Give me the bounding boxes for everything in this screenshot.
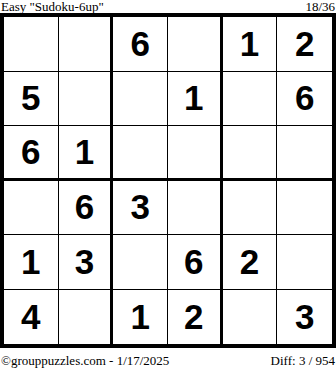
cell-r5c2[interactable]: 3 — [59, 235, 114, 290]
cell-r1c5[interactable]: 1 — [223, 17, 278, 72]
cell-r1c4[interactable] — [168, 17, 223, 72]
cell-r3c4[interactable] — [168, 126, 223, 181]
cell-r5c5[interactable]: 2 — [223, 235, 278, 290]
cell-r4c1[interactable] — [4, 181, 59, 236]
cell-r1c3[interactable]: 6 — [113, 17, 168, 72]
cell-r2c3[interactable] — [113, 72, 168, 127]
cell-r6c6[interactable]: 3 — [277, 290, 332, 345]
cell-r2c4[interactable]: 1 — [168, 72, 223, 127]
sudoku-grid: 6 1 2 5 1 6 6 1 6 3 1 3 6 2 4 1 2 3 — [0, 13, 336, 348]
cell-r6c3[interactable]: 1 — [113, 290, 168, 345]
cell-r2c2[interactable] — [59, 72, 114, 127]
givens-count: 18/36 — [305, 0, 335, 13]
footer: ©grouppuzzles.com - 1/17/2025 Diff: 3 / … — [0, 353, 336, 368]
cell-r4c2[interactable]: 6 — [59, 181, 114, 236]
cell-r4c5[interactable] — [223, 181, 278, 236]
cell-r2c5[interactable] — [223, 72, 278, 127]
cell-r5c1[interactable]: 1 — [4, 235, 59, 290]
cell-r6c4[interactable]: 2 — [168, 290, 223, 345]
cell-r3c3[interactable] — [113, 126, 168, 181]
cell-r5c4[interactable]: 6 — [168, 235, 223, 290]
cell-r6c2[interactable] — [59, 290, 114, 345]
credit-text: ©grouppuzzles.com - 1/17/2025 — [1, 353, 169, 368]
cell-r5c3[interactable] — [113, 235, 168, 290]
cell-r3c1[interactable]: 6 — [4, 126, 59, 181]
cell-r2c6[interactable]: 6 — [277, 72, 332, 127]
page-title: Easy "Sudoku-6up" — [1, 0, 104, 13]
cell-r1c6[interactable]: 2 — [277, 17, 332, 72]
cell-r3c6[interactable] — [277, 126, 332, 181]
header: Easy "Sudoku-6up" 18/36 — [0, 0, 336, 13]
cell-r1c1[interactable] — [4, 17, 59, 72]
cell-r6c5[interactable] — [223, 290, 278, 345]
cell-r3c2[interactable]: 1 — [59, 126, 114, 181]
cell-r1c2[interactable] — [59, 17, 114, 72]
cell-r4c6[interactable] — [277, 181, 332, 236]
cell-r5c6[interactable] — [277, 235, 332, 290]
cell-r4c4[interactable] — [168, 181, 223, 236]
puzzle-page: Easy "Sudoku-6up" 18/36 6 1 2 5 1 6 6 1 … — [0, 0, 336, 370]
difficulty-text: Diff: 3 / 954 — [271, 353, 335, 368]
cell-r3c5[interactable] — [223, 126, 278, 181]
cell-r2c1[interactable]: 5 — [4, 72, 59, 127]
cell-r4c3[interactable]: 3 — [113, 181, 168, 236]
cell-r6c1[interactable]: 4 — [4, 290, 59, 345]
